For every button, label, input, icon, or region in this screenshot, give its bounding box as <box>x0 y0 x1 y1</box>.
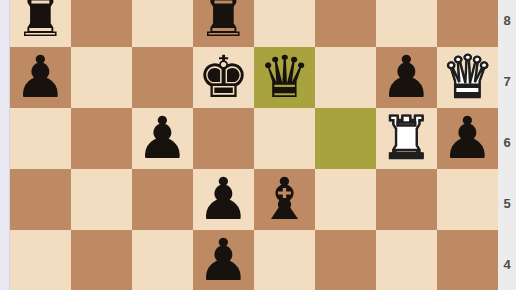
rank-coordinates-strip: 87654 <box>498 0 516 290</box>
piece-black-pawn[interactable]: ♟ <box>198 169 250 230</box>
rank-label-5: 5 <box>498 195 516 210</box>
square-f4[interactable] <box>315 230 376 290</box>
square-c5[interactable] <box>132 169 193 230</box>
square-b4[interactable] <box>71 230 132 290</box>
piece-black-pawn[interactable]: ♟ <box>381 47 433 108</box>
square-e7[interactable]: ♛ <box>254 47 315 108</box>
piece-black-queen[interactable]: ♛ <box>259 47 311 108</box>
square-f7[interactable] <box>315 47 376 108</box>
piece-white-queen[interactable]: ♛ <box>442 47 494 108</box>
piece-white-rook[interactable]: ♜ <box>381 108 433 169</box>
rank-label-8: 8 <box>498 12 516 27</box>
square-d5[interactable]: ♟ <box>193 169 254 230</box>
square-b5[interactable] <box>71 169 132 230</box>
piece-black-pawn[interactable]: ♟ <box>442 108 494 169</box>
square-c6[interactable]: ♟ <box>132 108 193 169</box>
square-a4[interactable] <box>10 230 71 290</box>
piece-black-pawn[interactable]: ♟ <box>137 108 189 169</box>
square-g8[interactable] <box>376 0 437 47</box>
square-b6[interactable] <box>71 108 132 169</box>
square-c7[interactable] <box>132 47 193 108</box>
square-a6[interactable] <box>10 108 71 169</box>
piece-black-pawn[interactable]: ♟ <box>15 47 67 108</box>
left-edge-panel <box>0 0 10 290</box>
square-g4[interactable] <box>376 230 437 290</box>
piece-black-bishop[interactable]: ♝ <box>259 169 311 230</box>
square-d6[interactable] <box>193 108 254 169</box>
square-e8[interactable] <box>254 0 315 47</box>
rank-label-4: 4 <box>498 256 516 271</box>
square-d7[interactable]: ♚ <box>193 47 254 108</box>
square-h8[interactable] <box>437 0 498 47</box>
rank-label-6: 6 <box>498 134 516 149</box>
square-f8[interactable] <box>315 0 376 47</box>
square-h7[interactable]: ♛ <box>437 47 498 108</box>
square-h5[interactable] <box>437 169 498 230</box>
square-c4[interactable] <box>132 230 193 290</box>
piece-black-pawn[interactable]: ♟ <box>198 230 250 290</box>
square-d4[interactable]: ♟ <box>193 230 254 290</box>
square-f6[interactable] <box>315 108 376 169</box>
square-e4[interactable] <box>254 230 315 290</box>
chess-board: ♜♜♟♚♛♟♛♟♜♟♟♝♟ <box>10 0 498 290</box>
square-g6[interactable]: ♜ <box>376 108 437 169</box>
piece-black-rook[interactable]: ♜ <box>15 0 67 47</box>
square-f5[interactable] <box>315 169 376 230</box>
square-e6[interactable] <box>254 108 315 169</box>
chess-board-screenshot: ♜♜♟♚♛♟♛♟♜♟♟♝♟ 87654 <box>0 0 516 290</box>
rank-label-7: 7 <box>498 73 516 88</box>
piece-black-king[interactable]: ♚ <box>198 47 250 108</box>
square-a5[interactable] <box>10 169 71 230</box>
square-b7[interactable] <box>71 47 132 108</box>
square-h4[interactable] <box>437 230 498 290</box>
square-a7[interactable]: ♟ <box>10 47 71 108</box>
square-b8[interactable] <box>71 0 132 47</box>
piece-black-rook[interactable]: ♜ <box>198 0 250 47</box>
square-e5[interactable]: ♝ <box>254 169 315 230</box>
square-h6[interactable]: ♟ <box>437 108 498 169</box>
square-g5[interactable] <box>376 169 437 230</box>
square-d8[interactable]: ♜ <box>193 0 254 47</box>
square-a8[interactable]: ♜ <box>10 0 71 47</box>
square-c8[interactable] <box>132 0 193 47</box>
square-g7[interactable]: ♟ <box>376 47 437 108</box>
